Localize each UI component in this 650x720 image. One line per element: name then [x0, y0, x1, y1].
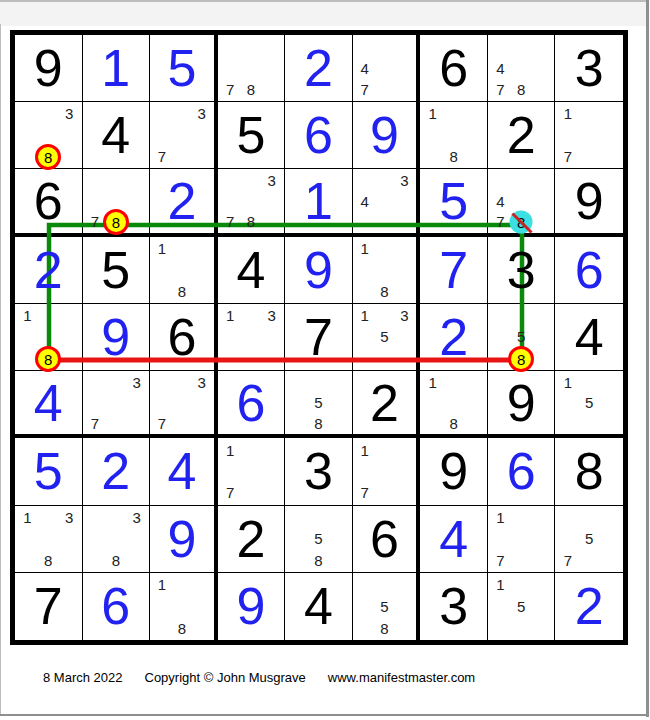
candidate-1: 1: [220, 305, 241, 326]
cell-r3c4[interactable]: 378: [218, 169, 286, 236]
cell-r7c2[interactable]: 2: [83, 438, 151, 505]
candidate-5: 5: [308, 393, 329, 413]
candidate-grid: 57: [555, 506, 623, 572]
given-digit: 6: [353, 506, 417, 572]
candidate-grid: 18: [353, 237, 417, 303]
cell-r3c6[interactable]: 34: [353, 169, 421, 236]
given-digit: 6: [420, 35, 487, 101]
cell-r4c1[interactable]: 2: [15, 237, 83, 304]
cell-r6c5[interactable]: 58: [285, 371, 353, 438]
candidate-1: 1: [490, 507, 511, 528]
candidate-grid: 58: [353, 573, 417, 640]
cell-r4c9[interactable]: 6: [555, 237, 623, 304]
cell-r1c5[interactable]: 2: [285, 35, 353, 102]
cell-r1c8[interactable]: 478: [488, 35, 556, 102]
candidate-8: 8: [172, 617, 192, 639]
solved-digit: 4: [150, 438, 214, 504]
candidate-grid: 13: [218, 304, 285, 370]
solved-digit: 6: [285, 102, 352, 168]
solved-digit: 5: [150, 35, 214, 101]
given-digit: 6: [150, 304, 214, 370]
candidate-grid: 37: [150, 102, 214, 168]
candidate-8: 8: [443, 413, 464, 433]
solved-digit: 6: [218, 371, 285, 434]
given-digit: 9: [555, 169, 623, 232]
candidate-4: 4: [355, 191, 375, 211]
cell-r8c8[interactable]: 17: [488, 506, 556, 573]
cell-r2c3[interactable]: 37: [150, 102, 218, 169]
solved-digit: 7: [420, 237, 487, 303]
candidate-8: 8: [172, 280, 192, 301]
given-digit: 3: [420, 573, 487, 640]
candidate-8: 8: [375, 617, 395, 639]
candidate-7: 7: [355, 79, 375, 100]
cell-r8c9[interactable]: 57: [555, 506, 623, 573]
candidate-1: 1: [557, 103, 578, 124]
candidate-1: 1: [557, 372, 578, 392]
highlighted-candidate-circle: 8: [35, 346, 61, 372]
candidate-3: 3: [126, 507, 147, 528]
highlighted-candidate-circle: 8: [35, 144, 61, 170]
candidate-7: 7: [490, 79, 511, 100]
window-left-edge: [0, 24, 1, 716]
candidate-3: 3: [126, 372, 147, 392]
candidate-grid: 478: [488, 35, 555, 101]
cell-r8c5[interactable]: 58: [285, 506, 353, 573]
cell-r2c8[interactable]: 2: [488, 102, 556, 169]
cell-r9c2[interactable]: 6: [83, 573, 151, 640]
candidate-5: 5: [511, 326, 532, 347]
given-digit: 5: [218, 102, 285, 168]
cell-r1c7[interactable]: 6: [420, 35, 488, 102]
cell-r9c1[interactable]: 7: [15, 573, 83, 640]
footer: 8 March 2022Copyright © John Musgravewww…: [43, 670, 475, 685]
given-digit: 4: [218, 237, 285, 303]
candidate-8: 8: [241, 211, 262, 231]
candidate-5: 5: [308, 528, 329, 549]
given-digit: 9: [488, 371, 555, 434]
cell-r4c3[interactable]: 18: [150, 237, 218, 304]
candidate-grid: 135: [353, 304, 417, 370]
candidate-grid: 15: [488, 573, 555, 640]
candidate-3: 3: [59, 507, 80, 528]
candidate-grid: 18: [420, 371, 487, 434]
solved-digit: 2: [285, 35, 352, 101]
solved-digit: 2: [83, 438, 150, 504]
given-digit: 3: [555, 35, 623, 101]
candidate-1: 1: [422, 103, 443, 124]
candidate-1: 1: [422, 372, 443, 392]
candidate-grid: 38: [83, 506, 150, 572]
candidate-grid: 37: [150, 371, 214, 434]
candidate-grid: 34: [353, 169, 417, 232]
cell-r3c5[interactable]: 1: [285, 169, 353, 236]
given-digit: 7: [285, 304, 352, 370]
candidate-7: 7: [490, 549, 511, 570]
cell-r7c5[interactable]: 3: [285, 438, 353, 505]
cell-r6c6[interactable]: 2: [353, 371, 421, 438]
solved-digit: 4: [15, 371, 82, 434]
window-bottom-edge: [0, 714, 649, 716]
window-top-strip: [0, 0, 646, 26]
solved-digit: 6: [83, 573, 150, 640]
cell-r1c6[interactable]: 47: [353, 35, 421, 102]
candidate-1: 1: [220, 439, 241, 460]
cell-r7c8[interactable]: 6: [488, 438, 556, 505]
cell-r5c6[interactable]: 135: [353, 304, 421, 371]
eliminated-candidate-circle: 8: [510, 211, 533, 234]
footer-website: www.manifestmaster.com: [328, 670, 475, 685]
candidate-8: 8: [38, 549, 59, 570]
given-digit: 7: [15, 573, 82, 640]
cell-r9c6[interactable]: 58: [353, 573, 421, 640]
candidate-5: 5: [375, 596, 395, 618]
cell-r8c1[interactable]: 138: [15, 506, 83, 573]
cell-r8c2[interactable]: 38: [83, 506, 151, 573]
candidate-8: 8: [375, 280, 395, 301]
candidate-grid: 18: [420, 102, 487, 168]
candidate-3: 3: [192, 103, 212, 124]
cell-r5c1[interactable]: 188: [15, 304, 83, 371]
cell-r2c9[interactable]: 17: [555, 102, 623, 169]
candidate-7: 7: [220, 482, 241, 503]
cell-r5c9[interactable]: 4: [555, 304, 623, 371]
cell-r2c1[interactable]: 388: [15, 102, 83, 169]
candidate-1: 1: [17, 305, 38, 326]
given-digit: 8: [555, 438, 623, 504]
cell-r5c5[interactable]: 7: [285, 304, 353, 371]
cell-r1c4[interactable]: 78: [218, 35, 286, 102]
candidate-grid: 18: [150, 573, 214, 640]
cell-r3c1[interactable]: 6: [15, 169, 83, 236]
cell-r7c1[interactable]: 5: [15, 438, 83, 505]
solved-digit: 9: [218, 573, 285, 640]
cell-r1c3[interactable]: 5: [150, 35, 218, 102]
solved-digit: 9: [353, 102, 417, 168]
candidate-grid: 17: [353, 438, 417, 504]
cell-r4c7[interactable]: 7: [420, 237, 488, 304]
cell-r2c5[interactable]: 6: [285, 102, 353, 169]
solved-digit: 9: [83, 304, 150, 370]
candidate-7: 7: [152, 413, 172, 433]
candidate-grid: 58: [285, 506, 352, 572]
cell-r4c4[interactable]: 4: [218, 237, 286, 304]
given-digit: 4: [555, 304, 623, 370]
candidate-grid: 378: [218, 169, 285, 232]
cell-r7c3[interactable]: 4: [150, 438, 218, 505]
given-digit: 2: [353, 371, 417, 434]
candidate-4: 4: [490, 191, 511, 211]
candidate-grid: 37: [83, 371, 150, 434]
given-digit: 9: [420, 438, 487, 504]
footer-copyright: Copyright © John Musgrave: [145, 670, 306, 685]
candidate-5: 5: [511, 596, 532, 618]
candidate-1: 1: [355, 439, 375, 460]
candidate-grid: 138: [15, 506, 82, 572]
cell-r7c7[interactable]: 9: [420, 438, 488, 505]
candidate-7: 7: [220, 211, 241, 231]
candidate-7: 7: [220, 79, 241, 100]
candidate-5: 5: [579, 528, 600, 549]
cell-r7c6[interactable]: 17: [353, 438, 421, 505]
cell-r3c8[interactable]: 4788: [488, 169, 556, 236]
cell-r4c8[interactable]: 3: [488, 237, 556, 304]
solved-digit: 4: [420, 506, 487, 572]
candidate-3: 3: [394, 170, 414, 190]
candidate-5: 5: [375, 326, 395, 347]
candidate-7: 7: [557, 549, 578, 570]
candidate-8: 8: [308, 549, 329, 570]
candidate-8: 8: [105, 549, 126, 570]
candidate-7: 7: [85, 413, 106, 433]
cell-r1c9[interactable]: 3: [555, 35, 623, 102]
solved-digit: 6: [555, 237, 623, 303]
cell-r6c8[interactable]: 9: [488, 371, 556, 438]
cell-r4c5[interactable]: 9: [285, 237, 353, 304]
candidate-8: 8: [443, 146, 464, 167]
given-digit: 2: [488, 102, 555, 168]
cell-r7c9[interactable]: 8: [555, 438, 623, 505]
candidate-1: 1: [355, 305, 375, 326]
solved-digit: 1: [285, 169, 352, 232]
candidate-5: 5: [579, 393, 600, 413]
cell-r3c7[interactable]: 5: [420, 169, 488, 236]
candidate-1: 1: [17, 507, 38, 528]
candidate-8: 8: [511, 79, 532, 100]
cell-r7c4[interactable]: 17: [218, 438, 286, 505]
solved-digit: 5: [15, 438, 82, 504]
cell-r9c5[interactable]: 4: [285, 573, 353, 640]
candidate-grid: 18: [150, 237, 214, 303]
cell-r6c3[interactable]: 37: [150, 371, 218, 438]
solved-digit: 2: [555, 573, 623, 640]
candidate-grid: 17: [555, 102, 623, 168]
candidate-grid: 17: [488, 506, 555, 572]
candidate-8: 8: [308, 413, 329, 433]
candidate-7: 7: [152, 146, 172, 167]
candidate-grid: 58: [285, 371, 352, 434]
candidate-4: 4: [355, 57, 375, 78]
cell-r8c3[interactable]: 9: [150, 506, 218, 573]
solved-digit: 1: [83, 35, 150, 101]
cell-r1c1[interactable]: 9: [15, 35, 83, 102]
candidate-3: 3: [394, 305, 414, 326]
candidate-3: 3: [261, 170, 282, 190]
candidate-1: 1: [490, 574, 511, 596]
cell-r6c1[interactable]: 4: [15, 371, 83, 438]
given-digit: 4: [285, 573, 352, 640]
cell-r6c4[interactable]: 6: [218, 371, 286, 438]
solved-digit: 6: [488, 438, 555, 504]
highlighted-candidate-circle: 8: [508, 346, 534, 372]
given-digit: 3: [488, 237, 555, 303]
cell-r3c2[interactable]: 788: [83, 169, 151, 236]
cell-r8c7[interactable]: 4: [420, 506, 488, 573]
given-digit: 2: [218, 506, 285, 572]
candidate-grid: 78: [218, 35, 285, 101]
given-digit: 4: [83, 102, 150, 168]
window-right-edge: [646, 0, 649, 717]
given-digit: 6: [15, 169, 82, 232]
cell-r5c7[interactable]: 2: [420, 304, 488, 371]
candidate-grid: 17: [218, 438, 285, 504]
candidate-1: 1: [152, 238, 172, 259]
cell-r5c3[interactable]: 6: [150, 304, 218, 371]
candidate-3: 3: [192, 372, 212, 392]
cell-r1c2[interactable]: 1: [83, 35, 151, 102]
cell-r8c4[interactable]: 2: [218, 506, 286, 573]
candidate-3: 3: [261, 305, 282, 326]
highlighted-candidate-circle: 8: [103, 209, 129, 235]
candidate-3: 3: [59, 103, 80, 124]
candidate-1: 1: [355, 238, 375, 259]
candidate-8: 8: [241, 79, 262, 100]
cell-r2c4[interactable]: 5: [218, 102, 286, 169]
cell-r3c3[interactable]: 2: [150, 169, 218, 236]
solved-digit: 2: [15, 237, 82, 303]
candidate-grid: 47: [353, 35, 417, 101]
candidate-1: 1: [152, 574, 172, 596]
cell-r2c6[interactable]: 9: [353, 102, 421, 169]
cell-r6c7[interactable]: 18: [420, 371, 488, 438]
cell-r6c2[interactable]: 37: [83, 371, 151, 438]
cell-r9c3[interactable]: 18: [150, 573, 218, 640]
given-digit: 5: [83, 237, 150, 303]
candidate-grid: 15: [555, 371, 623, 434]
cell-r4c6[interactable]: 18: [353, 237, 421, 304]
cell-r8c6[interactable]: 6: [353, 506, 421, 573]
cell-r5c2[interactable]: 9: [83, 304, 151, 371]
sudoku-board: 9157824764783388437569182176788237813454…: [10, 30, 628, 645]
candidate-7: 7: [355, 482, 375, 503]
solved-digit: 2: [420, 304, 487, 370]
solved-digit: 9: [150, 506, 214, 572]
cell-r9c4[interactable]: 9: [218, 573, 286, 640]
cell-r9c8[interactable]: 15: [488, 573, 556, 640]
solved-digit: 2: [150, 169, 214, 232]
cell-r3c9[interactable]: 9: [555, 169, 623, 236]
cell-r4c2[interactable]: 5: [83, 237, 151, 304]
cell-r5c4[interactable]: 13: [218, 304, 286, 371]
cell-r6c9[interactable]: 15: [555, 371, 623, 438]
cell-r5c8[interactable]: 588: [488, 304, 556, 371]
candidate-7: 7: [557, 146, 578, 167]
given-digit: 9: [15, 35, 82, 101]
cell-r2c7[interactable]: 18: [420, 102, 488, 169]
footer-date: 8 March 2022: [43, 670, 123, 685]
solved-digit: 5: [420, 169, 487, 232]
candidate-7: 7: [490, 211, 511, 231]
candidate-4: 4: [490, 57, 511, 78]
solved-digit: 9: [285, 237, 352, 303]
given-digit: 3: [285, 438, 352, 504]
cell-r9c9[interactable]: 2: [555, 573, 623, 640]
cell-r2c2[interactable]: 4: [83, 102, 151, 169]
cell-r9c7[interactable]: 3: [420, 573, 488, 640]
